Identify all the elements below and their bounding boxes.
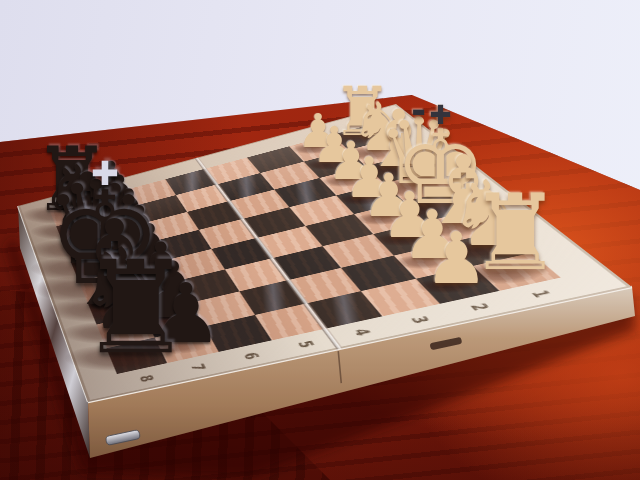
scene: 87654321 ♜♟♞♟♝♟♛▬♟♟♚✚♜♟♟♝♞♟♟♝♞♟♟♛♜♟♟♚✚♟♝… bbox=[0, 0, 640, 480]
